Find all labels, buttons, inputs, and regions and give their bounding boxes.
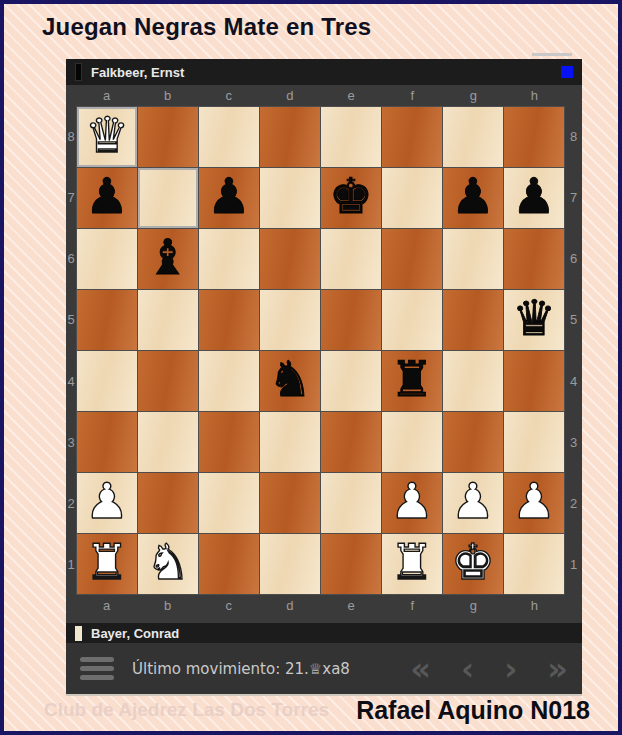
square-b2[interactable] [138, 473, 198, 533]
white-side-indicator [75, 626, 82, 641]
square-f1[interactable]: ♜ [382, 534, 442, 594]
square-c1[interactable] [199, 534, 259, 594]
square-d7[interactable] [260, 168, 320, 228]
square-e2[interactable] [321, 473, 381, 533]
square-h1[interactable] [504, 534, 564, 594]
black-pawn-h7[interactable]: ♟ [512, 172, 556, 221]
scrollbar[interactable] [532, 53, 572, 56]
rank-labels-left: 87654321 [66, 106, 76, 595]
rank-labels-right: 87654321 [565, 106, 582, 595]
file-label-f: f [382, 85, 443, 106]
square-b4[interactable] [138, 351, 198, 411]
file-label-g: g [443, 595, 504, 615]
square-h8[interactable] [504, 107, 564, 167]
square-e5[interactable] [321, 290, 381, 350]
last-move-button[interactable]: » [547, 653, 568, 685]
chess-board: abcdefgh 87654321 ♛♟♟♚♟♟♝♛♞♜♟♟♟♟♜♞♜♚ 876… [66, 85, 582, 615]
white-king-g1[interactable]: ♚ [451, 538, 495, 587]
square-d3[interactable] [260, 412, 320, 472]
square-a2[interactable]: ♟ [77, 473, 137, 533]
square-c8[interactable] [199, 107, 259, 167]
move-navigation: « ‹ › » [410, 653, 568, 685]
square-a5[interactable] [77, 290, 137, 350]
rank-label-8: 8 [66, 106, 76, 167]
square-e7[interactable]: ♚ [321, 168, 381, 228]
rank-label-3: 3 [66, 412, 76, 473]
rank-label-2: 2 [66, 473, 76, 534]
square-g5[interactable] [443, 290, 503, 350]
black-pawn-g7[interactable]: ♟ [451, 172, 495, 221]
square-h6[interactable] [504, 229, 564, 289]
square-h5[interactable]: ♛ [504, 290, 564, 350]
panel-spacer [66, 615, 582, 623]
square-a7[interactable]: ♟ [77, 168, 137, 228]
white-rook-f1[interactable]: ♜ [390, 538, 434, 587]
rank-label-1: 1 [66, 534, 76, 595]
rank-label-4: 4 [565, 351, 582, 412]
square-f4[interactable]: ♜ [382, 351, 442, 411]
file-label-b: b [137, 85, 198, 106]
square-c7[interactable]: ♟ [199, 168, 259, 228]
file-label-e: e [321, 85, 382, 106]
rank-label-7: 7 [66, 167, 76, 228]
club-watermark: Club de Ajedrez Las Dos Torres [44, 699, 329, 721]
rank-label-1: 1 [565, 534, 582, 595]
square-f5[interactable] [382, 290, 442, 350]
white-knight-b1[interactable]: ♞ [146, 538, 190, 587]
square-d4[interactable]: ♞ [260, 351, 320, 411]
file-label-a: a [76, 85, 137, 106]
black-pawn-a7[interactable]: ♟ [85, 172, 129, 221]
next-move-button[interactable]: › [504, 653, 517, 685]
rank-label-8: 8 [565, 106, 582, 167]
square-g6[interactable] [443, 229, 503, 289]
rank-label-6: 6 [565, 228, 582, 289]
white-pawn-h2[interactable]: ♟ [512, 477, 556, 526]
square-d8[interactable] [260, 107, 320, 167]
board-squares: ♛♟♟♚♟♟♝♛♞♜♟♟♟♟♜♞♜♚ [76, 106, 565, 595]
square-e1[interactable] [321, 534, 381, 594]
square-h4[interactable] [504, 351, 564, 411]
menu-icon[interactable] [80, 657, 114, 680]
file-label-g: g [443, 85, 504, 106]
square-h2[interactable]: ♟ [504, 473, 564, 533]
rank-label-4: 4 [66, 351, 76, 412]
square-h3[interactable] [504, 412, 564, 472]
first-move-button[interactable]: « [410, 653, 431, 685]
square-d5[interactable] [260, 290, 320, 350]
status-bar: Último movimiento: 21.♕xa8 « ‹ › » [66, 643, 582, 694]
app-window: Juegan Negras Mate en Tres Falkbeer, Ern… [0, 0, 622, 735]
square-a4[interactable] [77, 351, 137, 411]
author-credit: Rafael Aquino N018 [356, 696, 590, 725]
square-c4[interactable] [199, 351, 259, 411]
square-b8[interactable] [138, 107, 198, 167]
rank-label-5: 5 [565, 289, 582, 350]
square-d2[interactable] [260, 473, 320, 533]
square-a6[interactable] [77, 229, 137, 289]
square-g4[interactable] [443, 351, 503, 411]
square-f7[interactable] [382, 168, 442, 228]
square-f6[interactable] [382, 229, 442, 289]
rank-label-5: 5 [66, 289, 76, 350]
black-king-e7[interactable]: ♚ [329, 172, 373, 221]
last-move-text: Último movimiento: 21.♕xa8 [132, 660, 350, 678]
file-label-d: d [259, 595, 320, 615]
white-pawn-f2[interactable]: ♟ [390, 477, 434, 526]
square-e3[interactable] [321, 412, 381, 472]
file-label-c: c [198, 85, 259, 106]
rank-label-6: 6 [66, 228, 76, 289]
square-e6[interactable] [321, 229, 381, 289]
square-g2[interactable]: ♟ [443, 473, 503, 533]
square-a8[interactable]: ♛ [77, 107, 137, 167]
square-b1[interactable]: ♞ [138, 534, 198, 594]
square-f8[interactable] [382, 107, 442, 167]
black-queen-h5[interactable]: ♛ [512, 294, 556, 343]
puzzle-title: Juegan Negras Mate en Tres [42, 13, 371, 41]
square-f3[interactable] [382, 412, 442, 472]
bottom-player-bar[interactable]: Bayer, Conrad [66, 623, 582, 643]
rank-label-2: 2 [565, 473, 582, 534]
square-g8[interactable] [443, 107, 503, 167]
white-pawn-a2[interactable]: ♟ [85, 477, 129, 526]
square-b7[interactable] [138, 168, 198, 228]
square-g7[interactable]: ♟ [443, 168, 503, 228]
square-b6[interactable]: ♝ [138, 229, 198, 289]
file-label-h: h [504, 595, 565, 615]
square-d6[interactable] [260, 229, 320, 289]
square-c6[interactable] [199, 229, 259, 289]
square-c5[interactable] [199, 290, 259, 350]
file-label-b: b [137, 595, 198, 615]
square-e4[interactable] [321, 351, 381, 411]
file-label-f: f [382, 595, 443, 615]
previous-move-button[interactable]: ‹ [461, 653, 474, 685]
black-knight-d4[interactable]: ♞ [268, 355, 312, 404]
black-rook-f4[interactable]: ♜ [390, 355, 434, 404]
rank-label-7: 7 [565, 167, 582, 228]
file-label-h: h [504, 85, 565, 106]
top-player-bar[interactable]: Falkbeer, Ernst [66, 59, 582, 85]
bottom-player-name: Bayer, Conrad [91, 626, 179, 641]
square-g3[interactable] [443, 412, 503, 472]
square-a1[interactable]: ♜ [77, 534, 137, 594]
white-queen-a8[interactable]: ♛ [85, 111, 129, 160]
rank-label-3: 3 [565, 412, 582, 473]
file-label-a: a [76, 595, 137, 615]
square-b3[interactable] [138, 412, 198, 472]
engine-status-icon [561, 66, 573, 78]
square-g1[interactable]: ♚ [443, 534, 503, 594]
chess-app-panel: Falkbeer, Ernst abcdefgh 87654321 ♛♟♟♚♟♟… [66, 59, 582, 696]
file-label-c: c [198, 595, 259, 615]
file-labels-top: abcdefgh [76, 85, 565, 106]
square-e8[interactable] [321, 107, 381, 167]
square-f2[interactable]: ♟ [382, 473, 442, 533]
black-pawn-c7[interactable]: ♟ [207, 172, 251, 221]
square-c2[interactable] [199, 473, 259, 533]
black-side-indicator [75, 63, 82, 81]
square-c3[interactable] [199, 412, 259, 472]
square-a3[interactable] [77, 412, 137, 472]
square-d1[interactable] [260, 534, 320, 594]
file-label-d: d [259, 85, 320, 106]
square-h7[interactable]: ♟ [504, 168, 564, 228]
file-label-e: e [321, 595, 382, 615]
square-b5[interactable] [138, 290, 198, 350]
white-pawn-g2[interactable]: ♟ [451, 477, 495, 526]
black-bishop-b6[interactable]: ♝ [146, 233, 190, 282]
file-labels-bottom: abcdefgh [76, 595, 565, 615]
top-player-name: Falkbeer, Ernst [91, 65, 184, 80]
white-rook-a1[interactable]: ♜ [85, 538, 129, 587]
